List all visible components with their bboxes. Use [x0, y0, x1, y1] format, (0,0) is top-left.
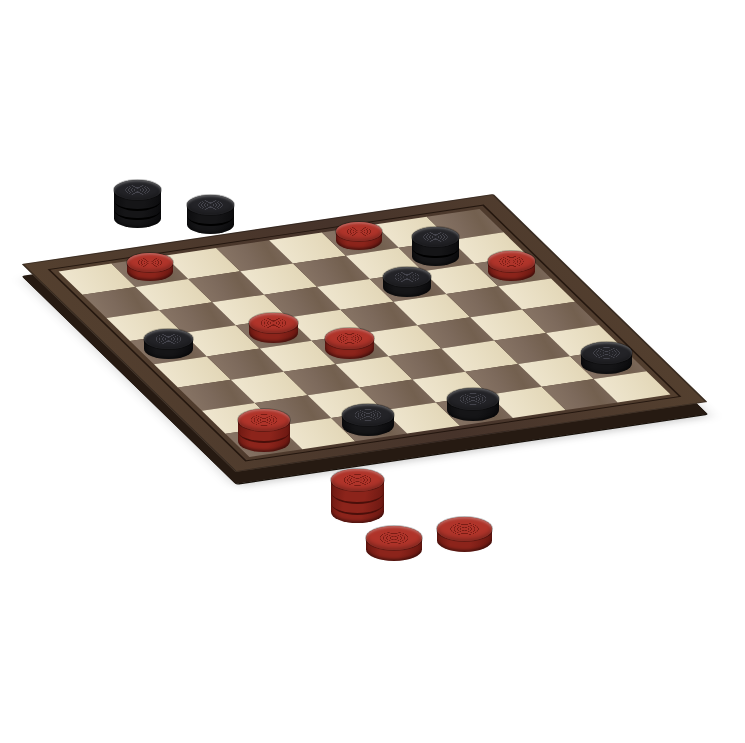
checker-top-face-rings	[437, 517, 492, 540]
product-photo-checkers-set	[0, 0, 745, 743]
checker-top-face-rings	[488, 251, 536, 271]
checker-black-single[interactable]	[447, 388, 499, 420]
checker-top-face-rings	[342, 404, 394, 426]
checker-black-stack-of-2[interactable]	[187, 195, 234, 234]
checker-red-single[interactable]	[325, 328, 374, 359]
checker-top-face-rings	[331, 469, 384, 491]
checker-red-single[interactable]	[437, 517, 492, 551]
checker-black-single[interactable]	[342, 404, 394, 436]
checker-top-face-rings	[127, 253, 173, 272]
checker-top-face-rings	[144, 329, 193, 349]
checker-black-stack-of-2[interactable]	[412, 227, 459, 265]
checker-red-single[interactable]	[336, 222, 382, 250]
checker-top-face-rings	[412, 227, 459, 247]
checker-top-face-rings	[238, 409, 290, 431]
stack-separation-line	[331, 490, 384, 514]
checker-black-single[interactable]	[383, 267, 431, 297]
checker-red-single[interactable]	[127, 253, 173, 281]
checker-top-face-rings	[325, 328, 374, 349]
checker-red-stack-of-3[interactable]	[331, 469, 384, 523]
checker-red-single[interactable]	[366, 526, 422, 561]
checker-red-single[interactable]	[249, 313, 298, 343]
checker-top-face-rings	[366, 526, 422, 550]
checker-black-single[interactable]	[581, 342, 632, 374]
checker-red-stack-of-2[interactable]	[238, 409, 290, 452]
checker-top-face-rings	[114, 180, 161, 200]
checker-red-single[interactable]	[488, 251, 536, 281]
checker-top-face-rings	[383, 267, 431, 287]
checker-top-face-rings	[581, 342, 632, 364]
checker-top-face-rings	[336, 222, 382, 241]
checker-black-stack-of-3[interactable]	[114, 180, 161, 228]
checker-black-single[interactable]	[144, 329, 193, 359]
checker-top-face-rings	[187, 195, 234, 215]
stack-separation-line	[114, 199, 161, 221]
